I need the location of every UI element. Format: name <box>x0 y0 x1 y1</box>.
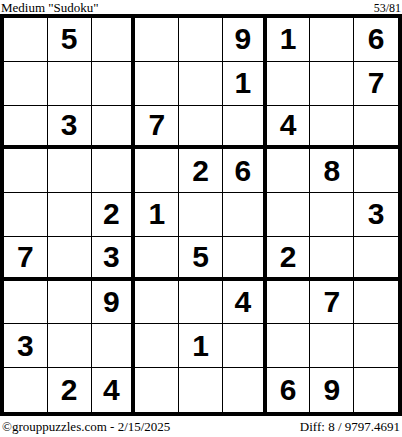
cell-r5c5[interactable] <box>179 193 223 237</box>
cell-r6c6[interactable] <box>223 237 267 281</box>
cell-r5c7[interactable] <box>267 193 311 237</box>
cell-r1c9[interactable]: 6 <box>354 18 398 62</box>
cell-r2c8[interactable] <box>310 62 354 106</box>
cell-r5c4[interactable]: 1 <box>135 193 179 237</box>
cell-r2c2[interactable] <box>48 62 92 106</box>
cell-r3c6[interactable] <box>223 106 267 150</box>
cell-r3c5[interactable] <box>179 106 223 150</box>
cell-r8c9[interactable] <box>354 324 398 368</box>
cell-r8c5[interactable]: 1 <box>179 324 223 368</box>
cell-r3c1[interactable] <box>4 106 48 150</box>
cell-r7c4[interactable] <box>135 281 179 325</box>
cell-r8c3[interactable] <box>92 324 136 368</box>
sudoku-page: Medium "Sudoku" 53/81 591617374268213735… <box>0 0 402 437</box>
cell-r3c8[interactable] <box>310 106 354 150</box>
cell-r7c9[interactable] <box>354 281 398 325</box>
footer: ©grouppuzzles.com - 2/15/2025 Diff: 8 / … <box>0 416 402 437</box>
cell-r1c1[interactable] <box>4 18 48 62</box>
cell-r9c1[interactable] <box>4 368 48 412</box>
cell-r5c3[interactable]: 2 <box>92 193 136 237</box>
cell-r7c1[interactable] <box>4 281 48 325</box>
cell-r6c2[interactable] <box>48 237 92 281</box>
cell-r9c8[interactable]: 9 <box>310 368 354 412</box>
cell-r8c2[interactable] <box>48 324 92 368</box>
cell-r6c9[interactable] <box>354 237 398 281</box>
cell-r1c6[interactable]: 9 <box>223 18 267 62</box>
cell-r8c4[interactable] <box>135 324 179 368</box>
cell-r4c7[interactable] <box>267 149 311 193</box>
cell-r7c2[interactable] <box>48 281 92 325</box>
cell-r7c3[interactable]: 9 <box>92 281 136 325</box>
cell-r3c7[interactable]: 4 <box>267 106 311 150</box>
cell-r8c8[interactable] <box>310 324 354 368</box>
cell-r3c4[interactable]: 7 <box>135 106 179 150</box>
cell-r9c4[interactable] <box>135 368 179 412</box>
cell-r3c3[interactable] <box>92 106 136 150</box>
cell-r4c3[interactable] <box>92 149 136 193</box>
difficulty-rating: Diff: 8 / 9797.4691 <box>300 419 400 435</box>
cell-r6c1[interactable]: 7 <box>4 237 48 281</box>
cell-r9c7[interactable]: 6 <box>267 368 311 412</box>
cell-r1c3[interactable] <box>92 18 136 62</box>
cell-r7c8[interactable]: 7 <box>310 281 354 325</box>
cell-r4c8[interactable]: 8 <box>310 149 354 193</box>
cell-r7c5[interactable] <box>179 281 223 325</box>
cell-r5c8[interactable] <box>310 193 354 237</box>
cell-r8c1[interactable]: 3 <box>4 324 48 368</box>
cell-r5c9[interactable]: 3 <box>354 193 398 237</box>
cell-r6c8[interactable] <box>310 237 354 281</box>
cell-r1c8[interactable] <box>310 18 354 62</box>
cell-r5c2[interactable] <box>48 193 92 237</box>
cell-r4c9[interactable] <box>354 149 398 193</box>
cell-r2c4[interactable] <box>135 62 179 106</box>
cell-r2c1[interactable] <box>4 62 48 106</box>
cell-r8c6[interactable] <box>223 324 267 368</box>
cell-r4c4[interactable] <box>135 149 179 193</box>
cells-remaining-counter: 53/81 <box>374 2 401 14</box>
cell-r9c9[interactable] <box>354 368 398 412</box>
cell-r2c7[interactable] <box>267 62 311 106</box>
cell-r5c6[interactable] <box>223 193 267 237</box>
cell-r2c3[interactable] <box>92 62 136 106</box>
cell-r4c6[interactable]: 6 <box>223 149 267 193</box>
cell-r1c7[interactable]: 1 <box>267 18 311 62</box>
cell-r6c7[interactable]: 2 <box>267 237 311 281</box>
cell-r6c4[interactable] <box>135 237 179 281</box>
cell-r2c6[interactable]: 1 <box>223 62 267 106</box>
cell-r1c5[interactable] <box>179 18 223 62</box>
cell-r9c5[interactable] <box>179 368 223 412</box>
cell-r2c5[interactable] <box>179 62 223 106</box>
cell-r4c2[interactable] <box>48 149 92 193</box>
cell-r9c2[interactable]: 2 <box>48 368 92 412</box>
copyright-date: ©grouppuzzles.com - 2/15/2025 <box>2 419 170 435</box>
sudoku-board: 5916173742682137352947312469 <box>0 14 402 416</box>
cell-r9c3[interactable]: 4 <box>92 368 136 412</box>
cell-r7c7[interactable] <box>267 281 311 325</box>
cell-r4c1[interactable] <box>4 149 48 193</box>
cell-r5c1[interactable] <box>4 193 48 237</box>
puzzle-title: Medium "Sudoku" <box>1 1 99 14</box>
cell-r7c6[interactable]: 4 <box>223 281 267 325</box>
cell-r6c3[interactable]: 3 <box>92 237 136 281</box>
cell-r1c2[interactable]: 5 <box>48 18 92 62</box>
cell-r2c9[interactable]: 7 <box>354 62 398 106</box>
cell-r4c5[interactable]: 2 <box>179 149 223 193</box>
cell-r1c4[interactable] <box>135 18 179 62</box>
cell-r3c9[interactable] <box>354 106 398 150</box>
cell-r9c6[interactable] <box>223 368 267 412</box>
cell-r8c7[interactable] <box>267 324 311 368</box>
cell-r6c5[interactable]: 5 <box>179 237 223 281</box>
header: Medium "Sudoku" 53/81 <box>0 0 402 14</box>
cell-r3c2[interactable]: 3 <box>48 106 92 150</box>
